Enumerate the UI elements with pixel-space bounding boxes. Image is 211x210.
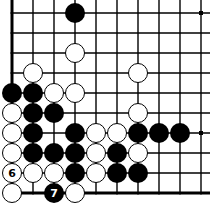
intersection bbox=[44, 103, 65, 123]
stone-black bbox=[65, 143, 85, 163]
stone-black bbox=[128, 163, 148, 183]
stone-black bbox=[65, 3, 85, 23]
stone-black bbox=[107, 163, 127, 183]
intersection bbox=[2, 83, 23, 103]
go-board: 67 bbox=[0, 0, 210, 210]
intersection bbox=[65, 143, 86, 163]
stone-black bbox=[23, 83, 43, 103]
stone-white-move-6: 6 bbox=[2, 163, 22, 183]
stone-black bbox=[23, 103, 43, 123]
stone-white bbox=[2, 183, 22, 203]
intersection bbox=[65, 123, 86, 143]
intersection bbox=[23, 123, 44, 143]
intersection bbox=[107, 143, 128, 163]
intersection bbox=[2, 143, 23, 163]
intersection bbox=[149, 123, 170, 143]
stone-white bbox=[2, 103, 22, 123]
intersection bbox=[128, 143, 149, 163]
intersection bbox=[23, 143, 44, 163]
stone-white bbox=[2, 123, 22, 143]
intersection bbox=[65, 83, 86, 103]
stone-white bbox=[86, 143, 106, 163]
stone-white bbox=[23, 163, 43, 183]
stone-white bbox=[23, 63, 43, 83]
intersection: 6 bbox=[2, 163, 23, 183]
stone-black bbox=[44, 103, 64, 123]
stone-black bbox=[149, 123, 169, 143]
stone-black-move-7: 7 bbox=[44, 183, 64, 203]
move-number-label: 6 bbox=[8, 167, 16, 178]
stone-black bbox=[128, 123, 148, 143]
stone-white bbox=[44, 163, 64, 183]
stone-black bbox=[44, 143, 64, 163]
stone-black bbox=[170, 123, 190, 143]
stone-black bbox=[23, 123, 43, 143]
intersection bbox=[23, 103, 44, 123]
intersection bbox=[128, 123, 149, 143]
intersection bbox=[44, 143, 65, 163]
intersection bbox=[23, 83, 44, 103]
stone-white bbox=[44, 83, 64, 103]
intersection bbox=[107, 163, 128, 183]
stone-white bbox=[65, 83, 85, 103]
stone-white bbox=[107, 123, 127, 143]
stone-white bbox=[128, 143, 148, 163]
stone-white bbox=[65, 43, 85, 63]
stone-white bbox=[2, 143, 22, 163]
intersection bbox=[107, 123, 128, 143]
intersection bbox=[23, 163, 44, 183]
intersection bbox=[128, 103, 149, 123]
intersection bbox=[128, 63, 149, 83]
stones-layer: 67 bbox=[2, 3, 211, 203]
intersection bbox=[86, 123, 107, 143]
stone-black bbox=[23, 143, 43, 163]
intersection bbox=[170, 123, 191, 143]
stone-white bbox=[128, 103, 148, 123]
intersection bbox=[2, 103, 23, 123]
stone-white bbox=[86, 123, 106, 143]
stone-black bbox=[107, 143, 127, 163]
intersection bbox=[44, 163, 65, 183]
stone-black bbox=[2, 83, 22, 103]
stone-black bbox=[65, 123, 85, 143]
intersection bbox=[44, 83, 65, 103]
stone-black bbox=[65, 163, 85, 183]
intersection bbox=[65, 163, 86, 183]
intersection bbox=[86, 163, 107, 183]
stone-white bbox=[65, 183, 85, 203]
intersection bbox=[2, 123, 23, 143]
intersection bbox=[23, 63, 44, 83]
intersection bbox=[65, 43, 86, 63]
intersection bbox=[65, 3, 86, 23]
move-number-label: 7 bbox=[50, 187, 58, 198]
stone-white bbox=[128, 63, 148, 83]
intersection: 7 bbox=[44, 183, 65, 203]
intersection bbox=[128, 163, 149, 183]
intersection bbox=[2, 183, 23, 203]
intersection bbox=[86, 143, 107, 163]
stone-white bbox=[86, 163, 106, 183]
intersection bbox=[65, 183, 86, 203]
